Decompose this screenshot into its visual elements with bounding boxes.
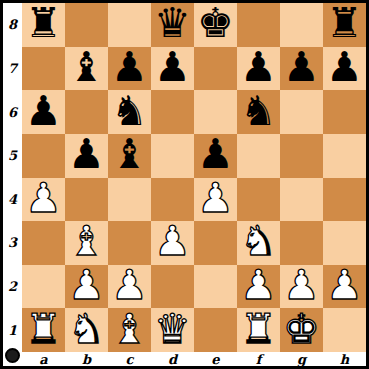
- file-label-a: a: [22, 352, 65, 366]
- square-d5[interactable]: [151, 134, 194, 178]
- square-a3[interactable]: [22, 221, 65, 265]
- piece-black-pawn[interactable]: ♟: [197, 134, 234, 175]
- piece-black-pawn[interactable]: ♟: [111, 47, 148, 88]
- square-g8[interactable]: [280, 3, 323, 47]
- piece-black-knight[interactable]: ♞: [240, 91, 277, 132]
- square-c5[interactable]: ♝: [108, 134, 151, 178]
- rank-label-4: 4: [3, 178, 22, 222]
- square-f2[interactable]: ♟: [237, 265, 280, 309]
- square-d4[interactable]: [151, 178, 194, 222]
- square-f3[interactable]: ♞: [237, 221, 280, 265]
- square-h3[interactable]: [323, 221, 366, 265]
- square-e8[interactable]: ♚: [194, 3, 237, 47]
- square-e1[interactable]: [194, 308, 237, 352]
- piece-white-pawn[interactable]: ♟: [197, 178, 234, 219]
- square-b7[interactable]: ♝: [65, 47, 108, 91]
- square-h8[interactable]: ♜: [323, 3, 366, 47]
- square-a7[interactable]: [22, 47, 65, 91]
- gutter-corner: [3, 352, 22, 366]
- piece-white-pawn[interactable]: ♟: [326, 265, 363, 306]
- square-f1[interactable]: ♜: [237, 308, 280, 352]
- rank-label-2: 2: [3, 265, 22, 309]
- piece-white-pawn[interactable]: ♟: [68, 265, 105, 306]
- file-label-d: d: [151, 352, 194, 366]
- square-f7[interactable]: ♟: [237, 47, 280, 91]
- square-c3[interactable]: [108, 221, 151, 265]
- square-g2[interactable]: ♟: [280, 265, 323, 309]
- piece-white-pawn[interactable]: ♟: [154, 221, 191, 262]
- piece-white-rook[interactable]: ♜: [25, 309, 62, 350]
- square-h4[interactable]: [323, 178, 366, 222]
- square-h7[interactable]: ♟: [323, 47, 366, 91]
- file-label-f: f: [237, 352, 280, 366]
- square-b3[interactable]: ♝: [65, 221, 108, 265]
- square-c2[interactable]: ♟: [108, 265, 151, 309]
- file-label-c: c: [108, 352, 151, 366]
- rank-label-3: 3: [3, 221, 22, 265]
- piece-white-pawn[interactable]: ♟: [111, 265, 148, 306]
- square-e6[interactable]: [194, 90, 237, 134]
- piece-black-bishop[interactable]: ♝: [68, 47, 105, 88]
- square-g1[interactable]: ♚: [280, 308, 323, 352]
- file-label-h: h: [323, 352, 366, 366]
- square-h6[interactable]: [323, 90, 366, 134]
- piece-black-bishop[interactable]: ♝: [111, 134, 148, 175]
- piece-black-rook[interactable]: ♜: [326, 3, 363, 44]
- square-c8[interactable]: [108, 3, 151, 47]
- square-d8[interactable]: ♛: [151, 3, 194, 47]
- square-f8[interactable]: [237, 3, 280, 47]
- piece-black-pawn[interactable]: ♟: [68, 134, 105, 175]
- piece-white-rook[interactable]: ♜: [240, 309, 277, 350]
- square-e4[interactable]: ♟: [194, 178, 237, 222]
- square-a6[interactable]: ♟: [22, 90, 65, 134]
- file-label-e: e: [194, 352, 237, 366]
- piece-white-king[interactable]: ♚: [283, 309, 320, 350]
- square-a8[interactable]: ♜: [22, 3, 65, 47]
- square-c7[interactable]: ♟: [108, 47, 151, 91]
- square-d7[interactable]: ♟: [151, 47, 194, 91]
- piece-black-pawn[interactable]: ♟: [283, 47, 320, 88]
- square-b1[interactable]: ♞: [65, 308, 108, 352]
- rank-label-1: 1: [3, 308, 22, 352]
- black-to-move-indicator: [5, 348, 20, 363]
- square-c6[interactable]: ♞: [108, 90, 151, 134]
- square-c1[interactable]: ♝: [108, 308, 151, 352]
- square-e5[interactable]: ♟: [194, 134, 237, 178]
- piece-black-knight[interactable]: ♞: [111, 91, 148, 132]
- square-g4[interactable]: [280, 178, 323, 222]
- piece-white-knight[interactable]: ♞: [240, 221, 277, 262]
- piece-black-pawn[interactable]: ♟: [326, 47, 363, 88]
- square-h1[interactable]: [323, 308, 366, 352]
- piece-black-king[interactable]: ♚: [197, 3, 234, 44]
- square-g6[interactable]: [280, 90, 323, 134]
- piece-black-pawn[interactable]: ♟: [240, 47, 277, 88]
- square-f4[interactable]: [237, 178, 280, 222]
- square-g7[interactable]: ♟: [280, 47, 323, 91]
- rank-label-7: 7: [3, 47, 22, 91]
- square-a1[interactable]: ♜: [22, 308, 65, 352]
- square-g5[interactable]: [280, 134, 323, 178]
- square-b8[interactable]: [65, 3, 108, 47]
- square-e2[interactable]: [194, 265, 237, 309]
- piece-black-pawn[interactable]: ♟: [154, 47, 191, 88]
- square-f5[interactable]: [237, 134, 280, 178]
- square-d2[interactable]: [151, 265, 194, 309]
- piece-black-rook[interactable]: ♜: [25, 3, 62, 44]
- piece-white-pawn[interactable]: ♟: [283, 265, 320, 306]
- file-label-g: g: [280, 352, 323, 366]
- piece-black-pawn[interactable]: ♟: [25, 91, 62, 132]
- rank-label-8: 8: [3, 3, 22, 47]
- piece-white-bishop[interactable]: ♝: [111, 309, 148, 350]
- square-b4[interactable]: [65, 178, 108, 222]
- square-e7[interactable]: [194, 47, 237, 91]
- rank-label-6: 6: [3, 90, 22, 134]
- chess-board-frame: 8♜♛♚♜7♝♟♟♟♟♟6♟♞♞5♟♝♟4♟♟3♝♟♞2♟♟♟♟♟1♜♞♝♛♜♚…: [0, 0, 369, 369]
- square-b6[interactable]: [65, 90, 108, 134]
- piece-white-bishop[interactable]: ♝: [68, 221, 105, 262]
- piece-white-pawn[interactable]: ♟: [240, 265, 277, 306]
- square-f6[interactable]: ♞: [237, 90, 280, 134]
- square-d6[interactable]: [151, 90, 194, 134]
- square-c4[interactable]: [108, 178, 151, 222]
- piece-white-knight[interactable]: ♞: [68, 309, 105, 350]
- square-b5[interactable]: ♟: [65, 134, 108, 178]
- square-a2[interactable]: [22, 265, 65, 309]
- piece-white-pawn[interactable]: ♟: [25, 178, 62, 219]
- square-e3[interactable]: [194, 221, 237, 265]
- square-g3[interactable]: [280, 221, 323, 265]
- square-b2[interactable]: ♟: [65, 265, 108, 309]
- chess-board: 8♜♛♚♜7♝♟♟♟♟♟6♟♞♞5♟♝♟4♟♟3♝♟♞2♟♟♟♟♟1♜♞♝♛♜♚…: [3, 3, 366, 366]
- file-label-b: b: [65, 352, 108, 366]
- piece-white-queen[interactable]: ♛: [154, 309, 191, 350]
- square-h2[interactable]: ♟: [323, 265, 366, 309]
- piece-black-queen[interactable]: ♛: [154, 3, 191, 44]
- square-d3[interactable]: ♟: [151, 221, 194, 265]
- square-a4[interactable]: ♟: [22, 178, 65, 222]
- square-d1[interactable]: ♛: [151, 308, 194, 352]
- square-h5[interactable]: [323, 134, 366, 178]
- square-a5[interactable]: [22, 134, 65, 178]
- rank-label-5: 5: [3, 134, 22, 178]
